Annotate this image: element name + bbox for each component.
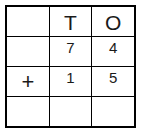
- worksheet-page: T O 7 4 + 1 5: [0, 0, 142, 133]
- addend2-ones-digit: 5: [92, 67, 134, 96]
- addition-grid: T O 7 4 + 1 5: [5, 5, 136, 128]
- answer-cell-tens[interactable]: [50, 97, 92, 126]
- tens-header: T: [50, 7, 92, 36]
- corner-cell: [7, 7, 49, 36]
- addend1-tens-digit: 7: [50, 37, 92, 66]
- addend1-label-cell: [7, 37, 49, 66]
- addend2-tens-digit: 1: [50, 67, 92, 96]
- plus-operator: +: [7, 67, 49, 96]
- addend1-ones-digit: 4: [92, 37, 134, 66]
- answer-cell-ones[interactable]: [92, 97, 134, 126]
- answer-cell-left[interactable]: [7, 97, 49, 126]
- ones-header: O: [92, 7, 134, 36]
